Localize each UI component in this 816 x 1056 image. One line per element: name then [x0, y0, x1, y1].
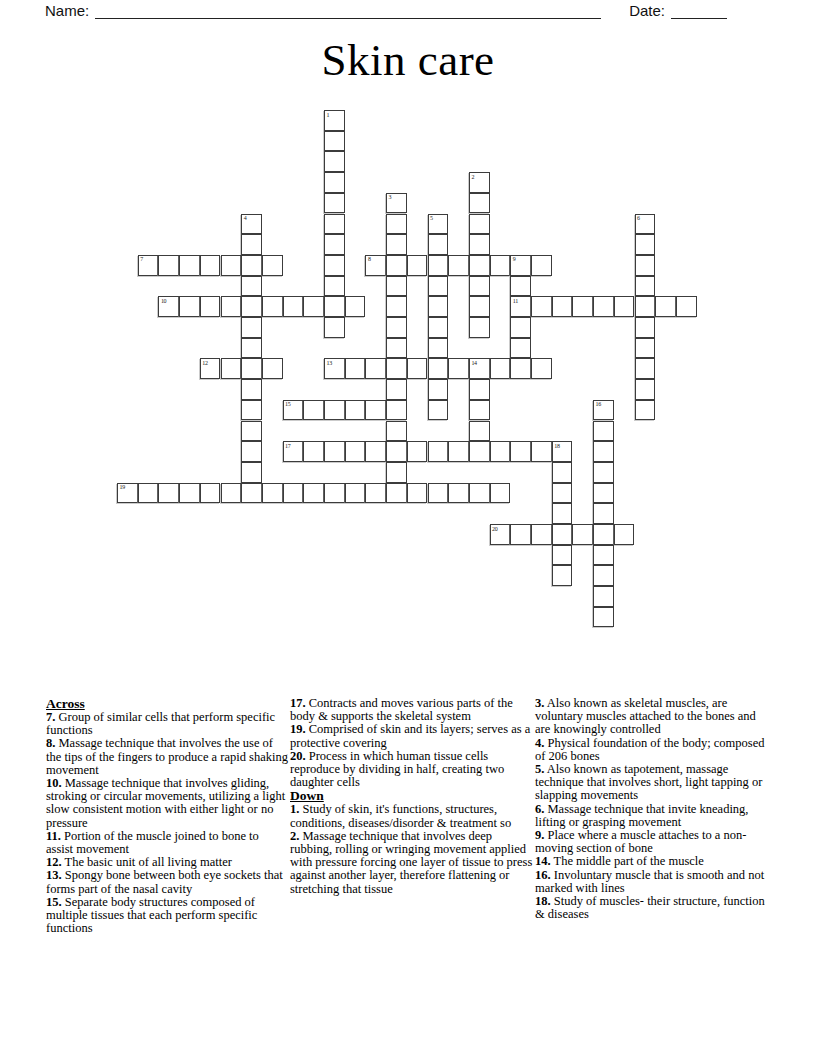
grid-cell[interactable]	[324, 214, 345, 235]
cell-number: 7	[140, 256, 143, 262]
across-clue-19: 19. Comprised of skin and its layers; se…	[290, 723, 533, 749]
grid-cell[interactable]	[469, 421, 490, 442]
across-clue-17: 17. Contracts and moves various parts of…	[290, 697, 533, 723]
grid-cell[interactable]: 2	[469, 172, 490, 193]
grid-cell[interactable]	[552, 503, 573, 524]
grid-cell[interactable]	[386, 255, 407, 276]
cell-number: 6	[637, 215, 640, 221]
name-label: Name:	[45, 2, 89, 19]
clue-number: 12.	[46, 855, 62, 869]
grid-cell[interactable]	[469, 379, 490, 400]
clue-column-3: 3. Also known as skeletal muscles, are v…	[535, 697, 772, 935]
across-clue-13: 13. Spongy bone between both eye sockets…	[46, 869, 288, 895]
grid-cell[interactable]	[593, 441, 614, 462]
grid-cell[interactable]	[386, 296, 407, 317]
date-fill-line	[671, 3, 727, 19]
grid-cell[interactable]	[241, 296, 262, 317]
grid-cell[interactable]	[324, 151, 345, 172]
grid-cell[interactable]: 5	[428, 214, 449, 235]
grid-cell[interactable]	[469, 255, 490, 276]
clue-number: 16.	[535, 868, 551, 882]
grid-cell[interactable]	[179, 296, 200, 317]
grid-cell[interactable]	[345, 358, 366, 379]
grid-cell[interactable]	[510, 441, 531, 462]
grid-cell[interactable]	[428, 400, 449, 421]
grid-cell[interactable]	[531, 296, 552, 317]
across-clue-10: 10. Massage technique that involves glid…	[46, 777, 288, 830]
grid-cell[interactable]: 6	[635, 214, 656, 235]
clue-number: 6.	[535, 802, 544, 816]
grid-cell[interactable]	[262, 358, 283, 379]
clue-number: 1.	[290, 802, 299, 816]
grid-cell[interactable]: 15	[283, 400, 304, 421]
cell-number: 3	[389, 194, 392, 200]
grid-cell[interactable]	[593, 586, 614, 607]
down-clue-4: 4. Physical foundation of the body; comp…	[535, 737, 772, 763]
grid-cell[interactable]	[365, 483, 386, 504]
down-clue-5: 5. Also known as tapotement, massage tec…	[535, 763, 772, 803]
grid-cell[interactable]	[593, 296, 614, 317]
grid-cell[interactable]	[655, 296, 676, 317]
grid-cell[interactable]	[428, 379, 449, 400]
down-clue-9: 9. Place where a muscle attaches to a no…	[535, 829, 772, 855]
grid-cell[interactable]	[324, 276, 345, 297]
grid-cell[interactable]	[365, 358, 386, 379]
grid-cell[interactable]	[158, 255, 179, 276]
grid-cell[interactable]: 9	[510, 255, 531, 276]
grid-cell[interactable]	[179, 255, 200, 276]
grid-cell[interactable]	[324, 131, 345, 152]
grid-cell[interactable]	[221, 358, 242, 379]
cell-number: 4	[244, 215, 247, 221]
grid-cell[interactable]	[469, 317, 490, 338]
grid-cell[interactable]	[448, 358, 469, 379]
grid-cell[interactable]	[572, 524, 593, 545]
grid-cell[interactable]	[428, 276, 449, 297]
clue-lists: Across7. Group of similar cells that per…	[46, 697, 772, 935]
cell-number: 11	[513, 298, 518, 304]
grid-cell[interactable]	[241, 358, 262, 379]
down-clue-16: 16. Involuntary muscle that is smooth an…	[535, 869, 772, 895]
grid-cell[interactable]	[365, 400, 386, 421]
worksheet-header: Name: Date:	[45, 2, 727, 19]
grid-cell[interactable]	[283, 296, 304, 317]
grid-cell[interactable]	[635, 400, 656, 421]
grid-cell[interactable]	[324, 234, 345, 255]
grid-cell[interactable]	[324, 483, 345, 504]
cell-number: 13	[327, 360, 332, 366]
cell-number: 14	[471, 360, 476, 366]
grid-cell[interactable]	[428, 358, 449, 379]
down-clue-6: 6. Massage technique that invite kneadin…	[535, 803, 772, 829]
down-clue-2: 2. Massage technique that involves deep …	[290, 830, 533, 896]
clue-column-1: Across7. Group of similar cells that per…	[46, 697, 288, 935]
grid-cell[interactable]	[469, 214, 490, 235]
grid-cell[interactable]	[324, 172, 345, 193]
grid-cell[interactable]: 17	[283, 441, 304, 462]
grid-cell[interactable]	[200, 255, 221, 276]
grid-cell[interactable]	[324, 255, 345, 276]
grid-cell[interactable]	[635, 276, 656, 297]
grid-cell[interactable]	[531, 255, 552, 276]
grid-cell[interactable]	[200, 296, 221, 317]
grid-cell[interactable]	[241, 338, 262, 359]
grid-cell[interactable]	[635, 338, 656, 359]
grid-cell[interactable]	[241, 441, 262, 462]
grid-cell[interactable]	[386, 400, 407, 421]
grid-cell[interactable]	[324, 193, 345, 214]
grid-cell[interactable]	[428, 483, 449, 504]
grid-cell[interactable]	[241, 421, 262, 442]
grid-cell[interactable]	[241, 255, 262, 276]
grid-cell[interactable]	[676, 296, 697, 317]
grid-cell[interactable]: 13	[324, 358, 345, 379]
clue-number: 14.	[535, 854, 551, 868]
grid-cell[interactable]	[614, 524, 635, 545]
grid-cell[interactable]: 3	[386, 193, 407, 214]
grid-cell[interactable]: 12	[200, 358, 221, 379]
grid-cell[interactable]	[552, 462, 573, 483]
clue-number: 5.	[535, 762, 544, 776]
grid-cell[interactable]	[303, 296, 324, 317]
grid-cell[interactable]	[221, 483, 242, 504]
grid-cell[interactable]	[469, 234, 490, 255]
grid-cell[interactable]	[386, 338, 407, 359]
puzzle-title: Skin care	[0, 34, 816, 86]
grid-cell[interactable]: 11	[510, 296, 531, 317]
grid-cell[interactable]: 8	[365, 255, 386, 276]
grid-cell[interactable]	[241, 462, 262, 483]
grid-cell[interactable]	[593, 565, 614, 586]
clue-number: 7.	[46, 710, 55, 724]
grid-cell[interactable]: 18	[552, 441, 573, 462]
across-clues-header: Across	[46, 697, 288, 711]
cell-number: 10	[161, 298, 166, 304]
grid-cell[interactable]	[593, 524, 614, 545]
grid-cell[interactable]	[469, 296, 490, 317]
clue-number: 2.	[290, 829, 299, 843]
clue-number: 3.	[535, 696, 544, 710]
grid-cell[interactable]	[241, 379, 262, 400]
clue-number: 15.	[46, 895, 62, 909]
across-clue-7: 7. Group of similar cells that perform s…	[46, 711, 288, 737]
grid-cell[interactable]	[241, 276, 262, 297]
grid-cell[interactable]	[510, 358, 531, 379]
grid-cell[interactable]	[262, 296, 283, 317]
grid-cell[interactable]	[407, 483, 428, 504]
grid-cell[interactable]: 16	[593, 400, 614, 421]
clue-number: 13.	[46, 868, 62, 882]
grid-cell[interactable]	[386, 276, 407, 297]
grid-cell[interactable]	[469, 193, 490, 214]
grid-cell[interactable]	[428, 296, 449, 317]
grid-cell[interactable]	[635, 358, 656, 379]
down-clues-header: Down	[290, 789, 533, 803]
clue-number: 8.	[46, 736, 55, 750]
grid-cell[interactable]	[324, 441, 345, 462]
grid-cell[interactable]	[407, 255, 428, 276]
grid-cell[interactable]	[635, 255, 656, 276]
grid-cell[interactable]	[345, 441, 366, 462]
grid-cell[interactable]	[510, 276, 531, 297]
grid-cell[interactable]	[386, 234, 407, 255]
grid-cell[interactable]	[593, 421, 614, 442]
grid-cell[interactable]	[510, 317, 531, 338]
grid-cell[interactable]	[241, 234, 262, 255]
clue-column-2: 17. Contracts and moves various parts of…	[290, 697, 533, 935]
grid-cell[interactable]	[552, 483, 573, 504]
clue-number: 9.	[535, 828, 544, 842]
grid-cell[interactable]	[241, 400, 262, 421]
grid-cell[interactable]	[324, 317, 345, 338]
grid-cell[interactable]	[345, 483, 366, 504]
down-clue-14: 14. The middle part of the muscle	[535, 855, 772, 868]
cell-number: 19	[120, 484, 125, 490]
clue-number: 17.	[290, 696, 306, 710]
grid-cell[interactable]	[283, 483, 304, 504]
grid-cell[interactable]	[241, 483, 262, 504]
grid-cell[interactable]	[490, 358, 511, 379]
grid-cell[interactable]	[221, 296, 242, 317]
grid-cell[interactable]	[138, 483, 159, 504]
grid-cell[interactable]	[635, 234, 656, 255]
grid-cell[interactable]: 19	[117, 483, 138, 504]
across-clue-11: 11. Portion of the muscle joined to bone…	[46, 830, 288, 856]
grid-cell[interactable]	[593, 483, 614, 504]
worksheet-page: Name: Date: Skin care 123456789101112131…	[0, 0, 816, 1056]
cell-number: 5	[430, 215, 433, 221]
grid-cell[interactable]	[490, 483, 511, 504]
grid-cell[interactable]	[552, 296, 573, 317]
grid-cell[interactable]	[241, 317, 262, 338]
name-fill-line	[95, 3, 601, 19]
grid-cell[interactable]	[510, 524, 531, 545]
grid-cell[interactable]	[531, 524, 552, 545]
grid-cell[interactable]	[428, 338, 449, 359]
grid-cell[interactable]	[386, 441, 407, 462]
clue-number: 11.	[46, 829, 61, 843]
grid-cell[interactable]	[262, 483, 283, 504]
grid-cell[interactable]	[407, 441, 428, 462]
grid-cell[interactable]	[490, 255, 511, 276]
clue-number: 10.	[46, 776, 62, 790]
cell-number: 15	[285, 401, 290, 407]
cell-number: 8	[368, 256, 371, 262]
down-clue-1: 1. Study of skin, it's functions, struct…	[290, 803, 533, 829]
grid-cell[interactable]	[386, 214, 407, 235]
cell-number: 12	[202, 360, 207, 366]
grid-cell[interactable]	[303, 483, 324, 504]
clue-number: 18.	[535, 894, 551, 908]
grid-cell[interactable]	[469, 441, 490, 462]
grid-cell[interactable]: 14	[469, 358, 490, 379]
grid-cell[interactable]	[386, 379, 407, 400]
grid-cell[interactable]	[179, 483, 200, 504]
grid-cell[interactable]	[407, 358, 428, 379]
grid-cell[interactable]	[428, 255, 449, 276]
grid-cell[interactable]	[469, 276, 490, 297]
down-clue-3: 3. Also known as skeletal muscles, are v…	[535, 697, 772, 737]
grid-cell[interactable]	[221, 255, 242, 276]
grid-cell[interactable]	[469, 400, 490, 421]
date-label: Date:	[629, 2, 665, 19]
grid-cell[interactable]	[158, 483, 179, 504]
grid-cell[interactable]	[345, 296, 366, 317]
grid-cell[interactable]	[552, 524, 573, 545]
across-clue-8: 8. Massage technique that involves the u…	[46, 737, 288, 777]
cell-number: 16	[596, 401, 601, 407]
grid-cell[interactable]	[593, 503, 614, 524]
grid-cell[interactable]	[324, 296, 345, 317]
cell-number: 9	[513, 256, 516, 262]
grid-cell[interactable]	[635, 379, 656, 400]
grid-cell[interactable]	[469, 483, 490, 504]
cell-number: 17	[285, 443, 290, 449]
across-clue-20: 20. Process in which human tissue cells …	[290, 750, 533, 790]
grid-cell[interactable]	[448, 255, 469, 276]
grid-cell[interactable]	[386, 421, 407, 442]
crossword-grid: 1234567891011121314151617181920	[117, 110, 697, 628]
grid-cell[interactable]	[386, 462, 407, 483]
grid-cell[interactable]	[593, 607, 614, 628]
down-clue-18: 18. Study of muscles- their structure, f…	[535, 895, 772, 921]
grid-cell[interactable]	[324, 400, 345, 421]
grid-cell[interactable]	[386, 483, 407, 504]
grid-cell[interactable]	[552, 545, 573, 566]
grid-cell[interactable]: 10	[158, 296, 179, 317]
grid-cell[interactable]	[531, 358, 552, 379]
grid-cell[interactable]	[552, 565, 573, 586]
grid-cell[interactable]	[428, 441, 449, 462]
cell-number: 2	[471, 174, 474, 180]
grid-cell[interactable]	[448, 441, 469, 462]
grid-cell[interactable]	[386, 358, 407, 379]
cell-number: 18	[554, 443, 559, 449]
grid-cell[interactable]	[510, 338, 531, 359]
grid-cell[interactable]	[614, 296, 635, 317]
clue-number: 20.	[290, 749, 306, 763]
grid-cell[interactable]: 7	[138, 255, 159, 276]
grid-cell[interactable]	[200, 483, 221, 504]
grid-cell[interactable]	[428, 234, 449, 255]
grid-cell[interactable]	[386, 317, 407, 338]
grid-cell[interactable]	[593, 462, 614, 483]
cell-number: 1	[327, 112, 330, 118]
cell-number: 20	[492, 526, 497, 532]
clue-number: 19.	[290, 722, 306, 736]
grid-cell[interactable]	[635, 296, 656, 317]
grid-cell[interactable]	[365, 441, 386, 462]
grid-cell[interactable]	[635, 317, 656, 338]
grid-cell[interactable]	[428, 317, 449, 338]
grid-cell[interactable]	[303, 400, 324, 421]
grid-cell[interactable]	[303, 441, 324, 462]
grid-cell[interactable]	[448, 483, 469, 504]
across-clue-15: 15. Separate body structures composed of…	[46, 896, 288, 936]
grid-cell[interactable]: 20	[490, 524, 511, 545]
grid-cell[interactable]	[345, 400, 366, 421]
grid-cell[interactable]: 4	[241, 214, 262, 235]
grid-cell[interactable]	[262, 255, 283, 276]
grid-cell[interactable]	[593, 545, 614, 566]
grid-cell[interactable]	[490, 441, 511, 462]
grid-cell[interactable]	[531, 441, 552, 462]
grid-cell[interactable]: 1	[324, 110, 345, 131]
clue-number: 4.	[535, 736, 544, 750]
grid-cell[interactable]	[572, 296, 593, 317]
